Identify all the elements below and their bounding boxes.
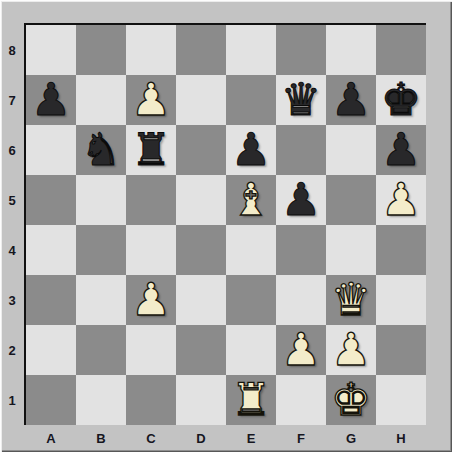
square-e8[interactable] xyxy=(226,25,276,75)
square-c8[interactable] xyxy=(126,25,176,75)
piece-white-pawn-h5[interactable]: ♟ xyxy=(381,175,421,225)
square-b7[interactable] xyxy=(76,75,126,125)
piece-black-pawn-a7[interactable]: ♟ xyxy=(31,75,71,125)
square-f1[interactable] xyxy=(276,375,326,425)
square-g2[interactable]: ♟ xyxy=(326,325,376,375)
square-e1[interactable]: ♜ xyxy=(226,375,276,425)
square-e3[interactable] xyxy=(226,275,276,325)
square-f8[interactable] xyxy=(276,25,326,75)
piece-white-pawn-f2[interactable]: ♟ xyxy=(281,325,321,375)
piece-black-pawn-f5[interactable]: ♟ xyxy=(281,175,321,225)
square-c6[interactable]: ♜ xyxy=(126,125,176,175)
square-e5[interactable]: ♝ xyxy=(226,175,276,225)
square-g8[interactable] xyxy=(326,25,376,75)
square-e7[interactable] xyxy=(226,75,276,125)
square-h7[interactable]: ♚ xyxy=(376,75,426,125)
chess-diagram-frame: ♟♟♛♟♚♞♜♟♟♝♟♟♟♛♟♟♜♚ 87654321 ABCDEFGH xyxy=(0,0,452,452)
piece-black-knight-b6[interactable]: ♞ xyxy=(81,125,121,175)
square-a3[interactable] xyxy=(26,275,76,325)
square-g1[interactable]: ♚ xyxy=(326,375,376,425)
square-f3[interactable] xyxy=(276,275,326,325)
rank-label-5: 5 xyxy=(0,175,24,225)
piece-black-pawn-h6[interactable]: ♟ xyxy=(381,125,421,175)
file-label-a: A xyxy=(26,427,76,449)
rank-label-7: 7 xyxy=(0,75,24,125)
square-d8[interactable] xyxy=(176,25,226,75)
square-a4[interactable] xyxy=(26,225,76,275)
square-f7[interactable]: ♛ xyxy=(276,75,326,125)
square-d2[interactable] xyxy=(176,325,226,375)
piece-black-pawn-g7[interactable]: ♟ xyxy=(331,75,371,125)
square-b5[interactable] xyxy=(76,175,126,225)
square-f2[interactable]: ♟ xyxy=(276,325,326,375)
file-label-c: C xyxy=(126,427,176,449)
file-label-f: F xyxy=(276,427,326,449)
square-a2[interactable] xyxy=(26,325,76,375)
square-h3[interactable] xyxy=(376,275,426,325)
file-label-g: G xyxy=(326,427,376,449)
square-c5[interactable] xyxy=(126,175,176,225)
square-h4[interactable] xyxy=(376,225,426,275)
square-a6[interactable] xyxy=(26,125,76,175)
square-f6[interactable] xyxy=(276,125,326,175)
piece-white-queen-g3[interactable]: ♛ xyxy=(331,275,371,325)
file-label-e: E xyxy=(226,427,276,449)
file-label-b: B xyxy=(76,427,126,449)
piece-white-king-g1[interactable]: ♚ xyxy=(331,375,371,425)
square-e2[interactable] xyxy=(226,325,276,375)
square-c2[interactable] xyxy=(126,325,176,375)
square-h6[interactable]: ♟ xyxy=(376,125,426,175)
square-b8[interactable] xyxy=(76,25,126,75)
square-d7[interactable] xyxy=(176,75,226,125)
square-d4[interactable] xyxy=(176,225,226,275)
piece-white-pawn-c7[interactable]: ♟ xyxy=(131,75,171,125)
piece-white-pawn-g2[interactable]: ♟ xyxy=(331,325,371,375)
piece-black-queen-f7[interactable]: ♛ xyxy=(281,75,321,125)
square-h5[interactable]: ♟ xyxy=(376,175,426,225)
chess-board: ♟♟♛♟♚♞♜♟♟♝♟♟♟♛♟♟♜♚ xyxy=(24,23,426,425)
rank-label-8: 8 xyxy=(0,25,24,75)
square-g3[interactable]: ♛ xyxy=(326,275,376,325)
square-f5[interactable]: ♟ xyxy=(276,175,326,225)
square-c1[interactable] xyxy=(126,375,176,425)
rank-label-1: 1 xyxy=(0,375,24,425)
square-e6[interactable]: ♟ xyxy=(226,125,276,175)
square-a7[interactable]: ♟ xyxy=(26,75,76,125)
square-g7[interactable]: ♟ xyxy=(326,75,376,125)
square-c7[interactable]: ♟ xyxy=(126,75,176,125)
square-a1[interactable] xyxy=(26,375,76,425)
square-f4[interactable] xyxy=(276,225,326,275)
square-g4[interactable] xyxy=(326,225,376,275)
square-b2[interactable] xyxy=(76,325,126,375)
rank-label-4: 4 xyxy=(0,225,24,275)
square-e4[interactable] xyxy=(226,225,276,275)
square-d5[interactable] xyxy=(176,175,226,225)
square-c3[interactable]: ♟ xyxy=(126,275,176,325)
rank-label-2: 2 xyxy=(0,325,24,375)
square-g5[interactable] xyxy=(326,175,376,225)
square-g6[interactable] xyxy=(326,125,376,175)
square-d6[interactable] xyxy=(176,125,226,175)
piece-white-bishop-e5[interactable]: ♝ xyxy=(231,175,271,225)
piece-black-king-h7[interactable]: ♚ xyxy=(381,75,421,125)
square-h1[interactable] xyxy=(376,375,426,425)
square-c4[interactable] xyxy=(126,225,176,275)
piece-black-pawn-e6[interactable]: ♟ xyxy=(231,125,271,175)
piece-black-rook-c6[interactable]: ♜ xyxy=(131,125,171,175)
rank-label-6: 6 xyxy=(0,125,24,175)
square-b4[interactable] xyxy=(76,225,126,275)
square-b1[interactable] xyxy=(76,375,126,425)
square-a5[interactable] xyxy=(26,175,76,225)
square-a8[interactable] xyxy=(26,25,76,75)
square-d1[interactable] xyxy=(176,375,226,425)
square-b3[interactable] xyxy=(76,275,126,325)
piece-white-pawn-c3[interactable]: ♟ xyxy=(131,275,171,325)
file-label-d: D xyxy=(176,427,226,449)
square-h8[interactable] xyxy=(376,25,426,75)
rank-label-3: 3 xyxy=(0,275,24,325)
file-label-h: H xyxy=(376,427,426,449)
square-h2[interactable] xyxy=(376,325,426,375)
piece-white-rook-e1[interactable]: ♜ xyxy=(231,375,271,425)
square-d3[interactable] xyxy=(176,275,226,325)
square-b6[interactable]: ♞ xyxy=(76,125,126,175)
